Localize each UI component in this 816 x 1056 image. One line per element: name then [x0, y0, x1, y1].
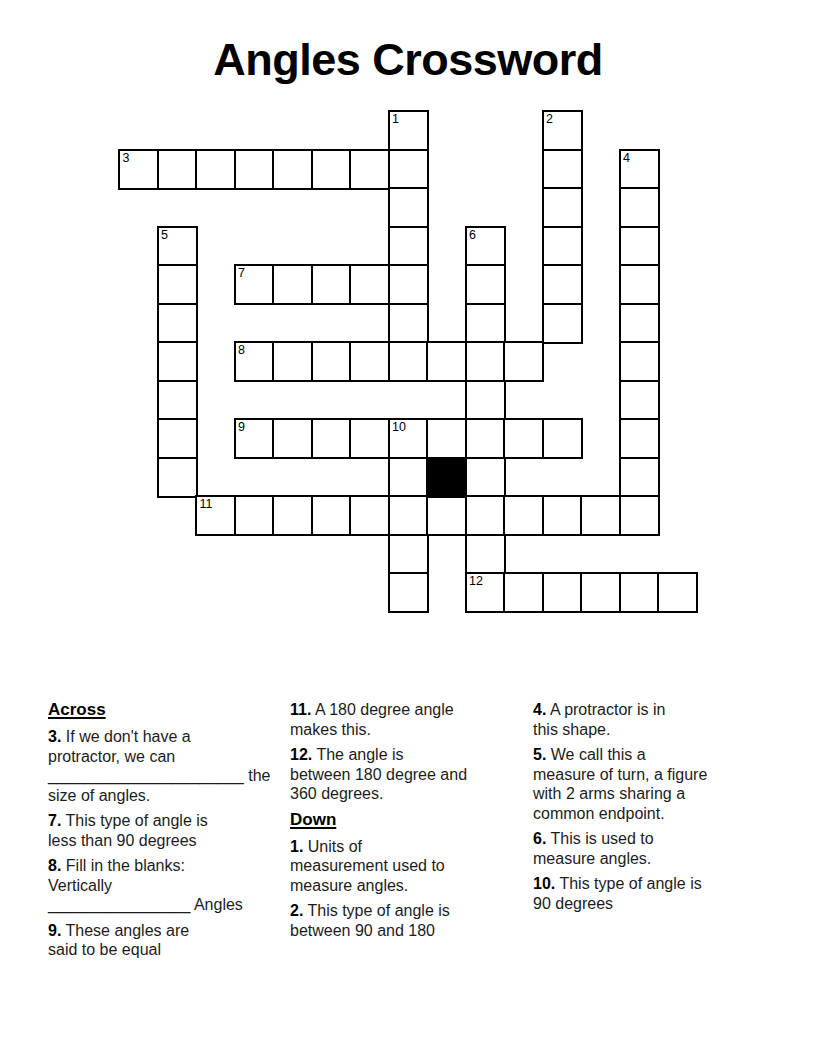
grid-cell[interactable] [465, 495, 506, 536]
grid-cell[interactable] [388, 495, 429, 536]
grid-cell[interactable] [619, 226, 660, 267]
grid-cell[interactable] [542, 226, 583, 267]
grid-cell[interactable] [465, 534, 506, 575]
clue-across-12: 12. The angle is between 180 degree and … [290, 745, 524, 804]
grid-cell[interactable] [465, 457, 506, 498]
grid-cell[interactable]: 10 [388, 418, 429, 459]
grid-cell[interactable] [542, 149, 583, 190]
grid-cell[interactable] [657, 572, 698, 613]
grid-cell[interactable] [272, 264, 313, 305]
grid-cell[interactable] [619, 418, 660, 459]
grid-cell[interactable] [542, 264, 583, 305]
grid-cell[interactable] [311, 495, 352, 536]
puzzle-title: Angles Crossword [0, 34, 816, 86]
clue-text: This type of angle is 90 degrees [533, 875, 702, 912]
grid-cell-number: 1 [392, 112, 399, 127]
grid-cell[interactable] [311, 341, 352, 382]
black-cell [426, 457, 467, 498]
grid-cell[interactable] [465, 264, 506, 305]
clue-down-4: 4. A protractor is in this shape. [533, 700, 775, 739]
grid-cell-number: 7 [238, 266, 245, 281]
grid-cell[interactable] [157, 380, 198, 421]
clue-number: 5. [533, 746, 546, 763]
grid-cell[interactable] [426, 418, 467, 459]
grid-cell[interactable] [619, 264, 660, 305]
grid-cell[interactable]: 11 [195, 495, 236, 536]
clue-text: Fill in the blanks: Vertically _________… [48, 857, 243, 913]
grid-cell[interactable] [542, 187, 583, 228]
grid-cell[interactable] [619, 187, 660, 228]
grid-cell[interactable] [542, 572, 583, 613]
grid-cell[interactable]: 12 [465, 572, 506, 613]
grid-cell[interactable] [465, 380, 506, 421]
grid-cell[interactable] [234, 149, 275, 190]
grid-cell[interactable]: 3 [118, 149, 159, 190]
grid-cell-number: 10 [392, 420, 406, 435]
grid-cell[interactable] [311, 264, 352, 305]
clue-down-5: 5. We call this a measure of turn, a fig… [533, 745, 775, 823]
crossword-grid: 123456789101112 [118, 110, 696, 611]
grid-cell[interactable]: 5 [157, 226, 198, 267]
grid-cell[interactable] [349, 149, 390, 190]
clues-column-3: 4. A protractor is in this shape.5. We c… [533, 700, 775, 919]
clue-down-10: 10. This type of angle is 90 degrees [533, 874, 775, 913]
grid-cell[interactable] [580, 572, 621, 613]
grid-cell[interactable] [503, 495, 544, 536]
grid-cell[interactable] [388, 264, 429, 305]
grid-cell[interactable] [388, 226, 429, 267]
clue-text: Units of measurement used to measure ang… [290, 838, 445, 894]
grid-cell[interactable] [234, 495, 275, 536]
grid-cell[interactable] [311, 149, 352, 190]
clue-number: 8. [48, 857, 61, 874]
grid-cell[interactable] [388, 187, 429, 228]
grid-cell[interactable] [157, 341, 198, 382]
grid-cell-number: 4 [623, 151, 630, 166]
clue-text: This is used to measure angles. [533, 830, 654, 867]
grid-cell[interactable] [619, 495, 660, 536]
grid-cell[interactable] [272, 149, 313, 190]
grid-cell[interactable] [349, 495, 390, 536]
grid-cell[interactable] [542, 303, 583, 344]
grid-cell-number: 2 [546, 112, 553, 127]
grid-cell[interactable] [619, 303, 660, 344]
grid-cell[interactable] [388, 149, 429, 190]
clue-across-8: 8. Fill in the blanks: Vertically ______… [48, 856, 290, 915]
grid-cell-number: 5 [161, 228, 168, 243]
grid-cell-number: 6 [469, 228, 476, 243]
clue-number: 1. [290, 838, 303, 855]
grid-cell-number: 9 [238, 420, 245, 435]
clue-across-11: 11. A 180 degree angle makes this. [290, 700, 524, 739]
grid-cell-number: 3 [123, 151, 130, 166]
grid-cell[interactable]: 9 [234, 418, 275, 459]
grid-cell[interactable] [157, 149, 198, 190]
grid-cell[interactable] [157, 264, 198, 305]
clue-number: 11. [290, 701, 311, 718]
grid-cell[interactable] [503, 572, 544, 613]
grid-cell[interactable]: 8 [234, 341, 275, 382]
clue-number: 12. [290, 746, 312, 763]
clue-number: 4. [533, 701, 546, 718]
clue-number: 7. [48, 812, 61, 829]
clue-number: 2. [290, 902, 303, 919]
clue-across-7: 7. This type of angle is less than 90 de… [48, 811, 290, 850]
grid-cell[interactable] [426, 495, 467, 536]
grid-cell[interactable] [619, 341, 660, 382]
grid-cell[interactable]: 6 [465, 226, 506, 267]
clue-text: The angle is between 180 degree and 360 … [290, 746, 467, 802]
clue-text: A 180 degree angle makes this. [290, 701, 454, 738]
grid-cell[interactable] [619, 572, 660, 613]
grid-cell[interactable]: 2 [542, 110, 583, 151]
grid-cell[interactable] [272, 341, 313, 382]
clue-number: 6. [533, 830, 546, 847]
grid-cell[interactable] [542, 418, 583, 459]
grid-cell-number: 11 [200, 497, 213, 512]
clue-text: A protractor is in this shape. [533, 701, 666, 738]
clue-down-1: 1. Units of measurement used to measure … [290, 837, 524, 896]
grid-cell[interactable] [426, 341, 467, 382]
grid-cell[interactable] [542, 495, 583, 536]
across-header: Across [48, 700, 290, 720]
grid-cell[interactable] [157, 303, 198, 344]
clue-number: 3. [48, 728, 61, 745]
grid-cell-number: 12 [469, 574, 483, 589]
grid-cell[interactable] [465, 303, 506, 344]
grid-cell[interactable]: 7 [234, 264, 275, 305]
clue-down-6: 6. This is used to measure angles. [533, 829, 775, 868]
grid-cell[interactable] [503, 418, 544, 459]
clues-column-2: 11. A 180 degree angle makes this.12. Th… [290, 700, 524, 946]
grid-cell[interactable] [465, 418, 506, 459]
clue-down-2: 2. This type of angle is between 90 and … [290, 901, 524, 940]
grid-cell[interactable] [465, 341, 506, 382]
grid-cell[interactable] [388, 303, 429, 344]
grid-cell[interactable] [157, 457, 198, 498]
grid-cell[interactable] [195, 149, 236, 190]
clue-text: If we don't have a protractor, we can __… [48, 728, 270, 804]
clue-across-9: 9. These angles are said to be equal [48, 921, 290, 960]
down-header: Down [290, 810, 524, 830]
grid-cell[interactable] [503, 341, 544, 382]
grid-cell-number: 8 [238, 343, 245, 358]
grid-cell[interactable]: 4 [619, 149, 660, 190]
grid-cell[interactable] [349, 418, 390, 459]
clue-text: We call this a measure of turn, a figure… [533, 746, 707, 822]
grid-cell[interactable] [349, 264, 390, 305]
grid-cell[interactable] [388, 534, 429, 575]
clue-across-3: 3. If we don't have a protractor, we can… [48, 727, 290, 805]
page: Angles Crossword 123456789101112 Across3… [0, 0, 816, 1056]
grid-cell[interactable] [272, 418, 313, 459]
grid-cell[interactable] [272, 495, 313, 536]
grid-cell[interactable] [349, 341, 390, 382]
grid-cell[interactable] [580, 495, 621, 536]
grid-cell[interactable]: 1 [388, 110, 429, 151]
grid-cell[interactable] [619, 457, 660, 498]
grid-cell[interactable] [388, 572, 429, 613]
grid-cell[interactable] [619, 380, 660, 421]
grid-cell[interactable] [311, 418, 352, 459]
clue-text: This type of angle is less than 90 degre… [48, 812, 208, 849]
clue-text: This type of angle is between 90 and 180 [290, 902, 450, 939]
grid-cell[interactable] [157, 418, 198, 459]
clue-text: These angles are said to be equal [48, 922, 189, 959]
grid-cell[interactable] [388, 457, 429, 498]
clues-column-1: Across3. If we don't have a protractor, … [48, 700, 290, 966]
grid-cell[interactable] [388, 341, 429, 382]
clue-number: 10. [533, 875, 555, 892]
clue-number: 9. [48, 922, 61, 939]
